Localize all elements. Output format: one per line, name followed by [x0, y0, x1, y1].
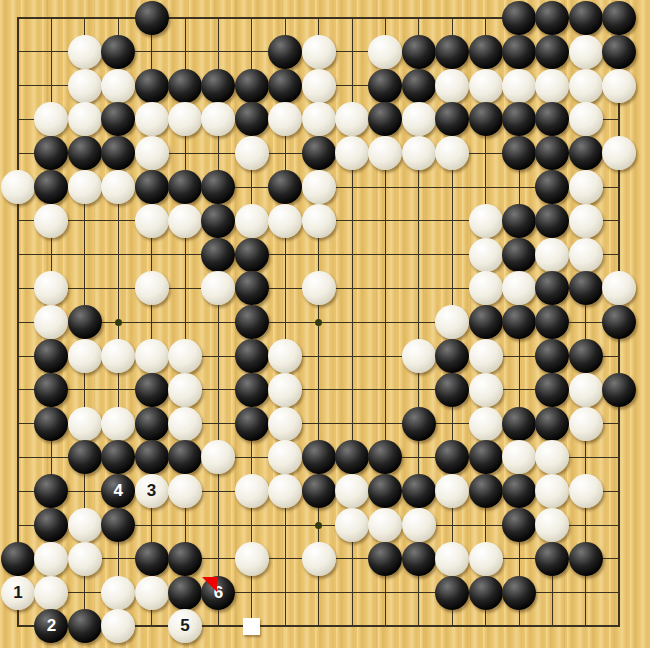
white-stone	[235, 136, 269, 170]
black-stone	[469, 102, 503, 136]
white-stone	[1, 170, 35, 204]
white-stone	[168, 407, 202, 441]
go-board[interactable]: 123456	[0, 0, 650, 648]
white-stone	[68, 102, 102, 136]
black-stone	[535, 136, 569, 170]
white-stone	[502, 69, 536, 103]
black-stone	[201, 69, 235, 103]
white-stone	[435, 69, 469, 103]
white-stone	[168, 102, 202, 136]
black-stone	[101, 474, 135, 508]
white-stone	[268, 440, 302, 474]
black-stone	[235, 407, 269, 441]
black-stone	[435, 35, 469, 69]
black-stone	[502, 576, 536, 610]
white-stone	[101, 576, 135, 610]
white-stone	[435, 136, 469, 170]
black-stone	[602, 1, 636, 35]
black-stone	[235, 69, 269, 103]
black-stone	[135, 373, 169, 407]
black-stone	[168, 170, 202, 204]
white-stone	[268, 102, 302, 136]
black-stone	[201, 204, 235, 238]
white-stone	[68, 35, 102, 69]
white-stone	[135, 271, 169, 305]
white-stone	[302, 35, 336, 69]
black-stone	[602, 373, 636, 407]
white-stone	[168, 339, 202, 373]
white-stone	[569, 170, 603, 204]
white-stone	[235, 204, 269, 238]
black-stone	[135, 1, 169, 35]
white-stone	[101, 170, 135, 204]
black-stone	[569, 542, 603, 576]
black-stone	[34, 170, 68, 204]
white-stone	[168, 609, 202, 643]
black-stone	[535, 305, 569, 339]
black-stone	[435, 339, 469, 373]
black-stone	[68, 609, 102, 643]
black-stone	[101, 102, 135, 136]
white-stone	[469, 69, 503, 103]
black-stone	[135, 69, 169, 103]
white-stone	[268, 204, 302, 238]
black-stone	[368, 474, 402, 508]
black-stone	[268, 69, 302, 103]
black-stone	[168, 69, 202, 103]
black-stone	[435, 576, 469, 610]
white-stone	[335, 508, 369, 542]
white-stone	[535, 440, 569, 474]
black-stone	[34, 136, 68, 170]
black-stone	[268, 35, 302, 69]
black-stone	[435, 102, 469, 136]
black-stone	[535, 542, 569, 576]
white-stone	[469, 542, 503, 576]
white-stone	[235, 474, 269, 508]
white-stone	[34, 542, 68, 576]
white-stone	[535, 69, 569, 103]
black-stone	[435, 373, 469, 407]
white-stone	[268, 407, 302, 441]
white-stone	[34, 102, 68, 136]
black-stone	[402, 542, 436, 576]
black-stone	[235, 373, 269, 407]
white-stone	[602, 271, 636, 305]
black-stone	[68, 305, 102, 339]
white-stone	[469, 373, 503, 407]
white-stone	[569, 373, 603, 407]
white-stone	[368, 136, 402, 170]
white-stone	[569, 474, 603, 508]
white-stone	[502, 271, 536, 305]
black-stone	[101, 508, 135, 542]
black-stone	[302, 440, 336, 474]
black-stone	[235, 339, 269, 373]
white-stone	[1, 576, 35, 610]
white-stone	[68, 69, 102, 103]
white-stone	[435, 474, 469, 508]
white-stone	[268, 373, 302, 407]
black-stone	[201, 170, 235, 204]
black-stone	[101, 136, 135, 170]
white-stone	[502, 440, 536, 474]
black-stone	[135, 170, 169, 204]
black-stone	[302, 136, 336, 170]
white-stone	[68, 339, 102, 373]
black-stone	[502, 204, 536, 238]
black-stone	[502, 407, 536, 441]
black-stone	[535, 204, 569, 238]
white-stone	[201, 271, 235, 305]
black-stone	[435, 440, 469, 474]
white-stone	[535, 508, 569, 542]
black-stone	[34, 508, 68, 542]
black-stone	[368, 69, 402, 103]
black-stone	[469, 305, 503, 339]
black-stone	[569, 271, 603, 305]
white-stone	[402, 339, 436, 373]
white-stone	[469, 238, 503, 272]
black-stone	[535, 35, 569, 69]
white-stone	[435, 305, 469, 339]
black-stone	[335, 440, 369, 474]
white-stone	[535, 238, 569, 272]
white-stone	[68, 542, 102, 576]
black-stone	[502, 1, 536, 35]
black-stone	[34, 407, 68, 441]
black-stone	[569, 136, 603, 170]
black-stone	[402, 69, 436, 103]
white-stone	[168, 474, 202, 508]
white-stone	[302, 542, 336, 576]
black-stone	[34, 339, 68, 373]
white-stone	[302, 69, 336, 103]
black-stone	[235, 305, 269, 339]
black-stone	[502, 305, 536, 339]
black-stone	[535, 373, 569, 407]
white-stone	[569, 69, 603, 103]
black-stone	[168, 542, 202, 576]
black-stone	[1, 542, 35, 576]
black-stone	[34, 373, 68, 407]
white-stone	[68, 508, 102, 542]
black-stone	[535, 271, 569, 305]
white-stone	[68, 407, 102, 441]
black-stone	[368, 102, 402, 136]
white-stone	[302, 102, 336, 136]
white-stone	[34, 576, 68, 610]
white-stone	[34, 204, 68, 238]
white-stone	[302, 170, 336, 204]
white-stone	[335, 102, 369, 136]
black-stone	[135, 440, 169, 474]
white-stone	[535, 474, 569, 508]
black-stone	[368, 440, 402, 474]
black-stone	[402, 35, 436, 69]
black-stone	[535, 1, 569, 35]
black-stone	[469, 35, 503, 69]
black-stone	[235, 102, 269, 136]
black-stone	[535, 170, 569, 204]
white-stone	[268, 474, 302, 508]
white-stone	[168, 373, 202, 407]
black-stone	[502, 35, 536, 69]
white-stone	[569, 407, 603, 441]
white-stone	[569, 102, 603, 136]
white-stone	[201, 102, 235, 136]
black-stone	[402, 407, 436, 441]
white-stone	[402, 136, 436, 170]
white-stone	[101, 609, 135, 643]
white-stone	[469, 204, 503, 238]
black-stone	[502, 102, 536, 136]
white-stone	[602, 69, 636, 103]
white-stone	[135, 339, 169, 373]
white-stone	[602, 136, 636, 170]
black-stone	[502, 238, 536, 272]
white-stone	[335, 136, 369, 170]
black-stone	[268, 170, 302, 204]
black-stone	[368, 542, 402, 576]
grid-line-h	[17, 389, 620, 390]
black-stone	[502, 136, 536, 170]
white-stone	[135, 576, 169, 610]
white-stone	[34, 305, 68, 339]
star-point	[115, 319, 122, 326]
white-stone	[402, 102, 436, 136]
white-stone	[135, 102, 169, 136]
white-stone	[135, 474, 169, 508]
white-stone	[435, 542, 469, 576]
white-stone	[101, 69, 135, 103]
white-stone	[569, 204, 603, 238]
black-stone	[569, 1, 603, 35]
black-stone	[168, 576, 202, 610]
black-stone	[101, 440, 135, 474]
white-stone	[34, 271, 68, 305]
red-triangle-marker	[202, 577, 217, 592]
black-stone	[502, 474, 536, 508]
white-stone	[68, 170, 102, 204]
black-stone	[469, 474, 503, 508]
black-stone	[402, 474, 436, 508]
black-stone	[535, 102, 569, 136]
white-stone	[569, 35, 603, 69]
white-stone	[201, 440, 235, 474]
white-stone	[302, 204, 336, 238]
black-stone	[201, 238, 235, 272]
black-stone	[135, 407, 169, 441]
black-stone	[101, 35, 135, 69]
white-stone	[469, 339, 503, 373]
black-stone	[302, 474, 336, 508]
star-point	[315, 319, 322, 326]
black-stone	[502, 508, 536, 542]
white-stone	[135, 204, 169, 238]
white-stone	[469, 407, 503, 441]
white-stone	[101, 407, 135, 441]
white-stone	[168, 204, 202, 238]
white-stone	[469, 271, 503, 305]
white-stone	[402, 508, 436, 542]
white-stone	[368, 35, 402, 69]
white-stone	[302, 271, 336, 305]
white-stone	[268, 339, 302, 373]
white-stone	[135, 136, 169, 170]
black-stone	[235, 238, 269, 272]
star-point	[315, 522, 322, 529]
white-stone	[569, 238, 603, 272]
black-stone	[168, 440, 202, 474]
black-stone	[469, 440, 503, 474]
black-stone	[34, 609, 68, 643]
white-stone	[235, 542, 269, 576]
black-stone	[135, 542, 169, 576]
black-stone	[602, 35, 636, 69]
black-stone	[68, 136, 102, 170]
white-square-marker	[243, 618, 260, 635]
white-stone	[335, 474, 369, 508]
black-stone	[469, 576, 503, 610]
black-stone	[535, 407, 569, 441]
black-stone	[68, 440, 102, 474]
black-stone	[569, 339, 603, 373]
white-stone	[101, 339, 135, 373]
black-stone	[535, 339, 569, 373]
black-stone	[235, 271, 269, 305]
black-stone	[602, 305, 636, 339]
black-stone	[34, 474, 68, 508]
white-stone	[368, 508, 402, 542]
